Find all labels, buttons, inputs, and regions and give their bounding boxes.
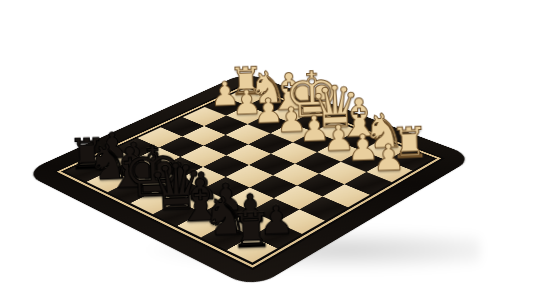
board-field: ♜♞♝♚♛♝♞♜♟♟♟♟♟♟♟♟♟♟♟♟♟♟♟♟♜♞♝♚♛♝♞♜ bbox=[65, 88, 432, 263]
piece-white-pawn[interactable]: ♟ bbox=[372, 139, 406, 177]
square-a8[interactable]: ♜ bbox=[226, 236, 277, 263]
square-a2[interactable]: ♟ bbox=[366, 160, 413, 182]
chess-board: ♜♞♝♚♛♝♞♜♟♟♟♟♟♟♟♟♟♟♟♟♟♟♟♟♜♞♝♚♛♝♞♜ bbox=[23, 72, 475, 289]
board-wrapper: ♜♞♝♚♛♝♞♜♟♟♟♟♟♟♟♟♟♟♟♟♟♟♟♟♜♞♝♚♛♝♞♜ bbox=[84, 0, 415, 300]
square-a4[interactable] bbox=[322, 184, 370, 207]
perspective-scene: ♜♞♝♚♛♝♞♜♟♟♟♟♟♟♟♟♟♟♟♟♟♟♟♟♜♞♝♚♛♝♞♜ bbox=[84, 0, 415, 300]
chess-set-photo: ♜♞♝♚♛♝♞♜♟♟♟♟♟♟♟♟♟♟♟♟♟♟♟♟♜♞♝♚♛♝♞♜ bbox=[0, 0, 533, 300]
piece-black-rook[interactable]: ♜ bbox=[230, 207, 274, 255]
